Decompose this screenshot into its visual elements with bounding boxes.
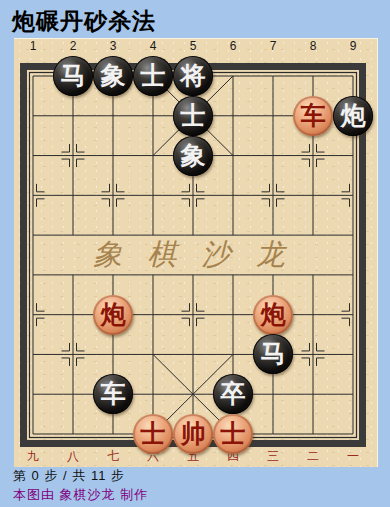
file-label-top-8: 8 [302, 40, 324, 53]
step-counter: 第 0 步 / 共 11 步 [13, 467, 125, 485]
file-label-top-4: 4 [142, 40, 164, 53]
piece-black-卒[interactable]: 卒 [213, 374, 253, 414]
piece-black-象[interactable]: 象 [173, 136, 213, 176]
file-label-top-7: 7 [262, 40, 284, 53]
piece-black-士[interactable]: 士 [133, 56, 173, 96]
piece-black-马[interactable]: 马 [53, 56, 93, 96]
file-label-top-5: 5 [182, 40, 204, 53]
file-label-top-1: 1 [22, 40, 44, 53]
piece-red-士[interactable]: 士 [213, 414, 253, 454]
piece-red-士[interactable]: 士 [133, 414, 173, 454]
piece-red-车[interactable]: 车 [293, 96, 333, 136]
file-label-bottom-2: 八 [62, 450, 84, 463]
piece-black-将[interactable]: 将 [173, 56, 213, 96]
credit-text: 本图由 象棋沙龙 制作 [13, 486, 148, 504]
board-panel: 象 棋 沙 龙 123456789九八七六五四三二一马象士将士车炮象炮炮马车卒士… [14, 38, 378, 467]
file-label-top-6: 6 [222, 40, 244, 53]
piece-black-炮[interactable]: 炮 [333, 96, 373, 136]
piece-red-炮[interactable]: 炮 [253, 295, 293, 335]
piece-black-士[interactable]: 士 [173, 96, 213, 136]
piece-red-炮[interactable]: 炮 [93, 295, 133, 335]
file-label-bottom-7: 三 [262, 450, 284, 463]
piece-red-帅[interactable]: 帅 [173, 414, 213, 454]
piece-black-象[interactable]: 象 [93, 56, 133, 96]
page-title: 炮碾丹砂杀法 [12, 6, 156, 37]
file-label-top-2: 2 [62, 40, 84, 53]
river-label: 象 棋 沙 龙 [33, 236, 353, 274]
file-label-top-9: 9 [342, 40, 364, 53]
file-label-bottom-8: 二 [302, 450, 324, 463]
piece-black-车[interactable]: 车 [93, 374, 133, 414]
file-label-bottom-1: 九 [22, 450, 44, 463]
file-label-top-3: 3 [102, 40, 124, 53]
file-label-bottom-3: 七 [102, 450, 124, 463]
file-label-bottom-9: 一 [342, 450, 364, 463]
